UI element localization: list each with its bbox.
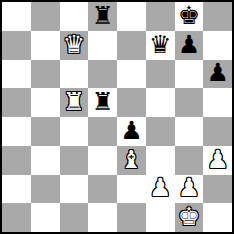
square-f2[interactable]: ♟ bbox=[146, 175, 175, 204]
square-e4[interactable]: ♟ bbox=[117, 117, 146, 146]
square-e5[interactable] bbox=[117, 88, 146, 117]
square-c3[interactable] bbox=[60, 146, 89, 175]
white-king-g1: ♚ bbox=[178, 204, 200, 229]
white-bishop-e3: ♝ bbox=[120, 147, 142, 172]
square-h4[interactable] bbox=[203, 117, 232, 146]
square-f7[interactable]: ♛ bbox=[146, 31, 175, 60]
square-f1[interactable] bbox=[146, 203, 175, 232]
square-e3[interactable]: ♝ bbox=[117, 146, 146, 175]
square-h5[interactable] bbox=[203, 88, 232, 117]
square-d6[interactable] bbox=[88, 60, 117, 89]
square-h7[interactable] bbox=[203, 31, 232, 60]
square-a2[interactable] bbox=[2, 175, 31, 204]
square-d5[interactable]: ♜ bbox=[88, 88, 117, 117]
square-g1[interactable]: ♚ bbox=[175, 203, 204, 232]
square-c4[interactable] bbox=[60, 117, 89, 146]
square-d1[interactable] bbox=[88, 203, 117, 232]
square-g8[interactable]: ♚ bbox=[175, 2, 204, 31]
black-pawn-h6: ♟ bbox=[206, 60, 228, 85]
white-rook-c5: ♜ bbox=[63, 89, 85, 114]
white-queen-c7: ♛ bbox=[63, 32, 85, 57]
square-g3[interactable] bbox=[175, 146, 204, 175]
square-b2[interactable] bbox=[31, 175, 60, 204]
square-h1[interactable] bbox=[203, 203, 232, 232]
square-b1[interactable] bbox=[31, 203, 60, 232]
square-d3[interactable] bbox=[88, 146, 117, 175]
square-d7[interactable] bbox=[88, 31, 117, 60]
black-queen-f7: ♛ bbox=[149, 32, 171, 57]
square-f3[interactable] bbox=[146, 146, 175, 175]
square-e7[interactable] bbox=[117, 31, 146, 60]
square-g7[interactable]: ♟ bbox=[175, 31, 204, 60]
square-h3[interactable]: ♟ bbox=[203, 146, 232, 175]
square-a6[interactable] bbox=[2, 60, 31, 89]
square-a8[interactable] bbox=[2, 2, 31, 31]
square-b7[interactable] bbox=[31, 31, 60, 60]
white-pawn-f2: ♟ bbox=[149, 175, 171, 200]
chess-board: ♜♚♛♛♟♟♜♜♟♝♟♟♟♚ bbox=[0, 0, 234, 234]
white-pawn-h3: ♟ bbox=[206, 147, 228, 172]
square-b5[interactable] bbox=[31, 88, 60, 117]
square-f6[interactable] bbox=[146, 60, 175, 89]
square-g6[interactable] bbox=[175, 60, 204, 89]
square-c5[interactable]: ♜ bbox=[60, 88, 89, 117]
black-pawn-g7: ♟ bbox=[178, 32, 200, 57]
square-h8[interactable] bbox=[203, 2, 232, 31]
square-c1[interactable] bbox=[60, 203, 89, 232]
square-d2[interactable] bbox=[88, 175, 117, 204]
square-g2[interactable]: ♟ bbox=[175, 175, 204, 204]
square-c2[interactable] bbox=[60, 175, 89, 204]
square-h2[interactable] bbox=[203, 175, 232, 204]
black-pawn-e4: ♟ bbox=[120, 118, 142, 143]
square-f4[interactable] bbox=[146, 117, 175, 146]
square-e1[interactable] bbox=[117, 203, 146, 232]
square-d4[interactable] bbox=[88, 117, 117, 146]
square-h6[interactable]: ♟ bbox=[203, 60, 232, 89]
square-b4[interactable] bbox=[31, 117, 60, 146]
square-a7[interactable] bbox=[2, 31, 31, 60]
square-a1[interactable] bbox=[2, 203, 31, 232]
black-rook-d5: ♜ bbox=[91, 89, 113, 114]
square-c7[interactable]: ♛ bbox=[60, 31, 89, 60]
square-c6[interactable] bbox=[60, 60, 89, 89]
square-e6[interactable] bbox=[117, 60, 146, 89]
square-f5[interactable] bbox=[146, 88, 175, 117]
square-b6[interactable] bbox=[31, 60, 60, 89]
black-rook-d8: ♜ bbox=[91, 3, 113, 28]
square-e2[interactable] bbox=[117, 175, 146, 204]
square-d8[interactable]: ♜ bbox=[88, 2, 117, 31]
square-f8[interactable] bbox=[146, 2, 175, 31]
square-a4[interactable] bbox=[2, 117, 31, 146]
square-c8[interactable] bbox=[60, 2, 89, 31]
square-e8[interactable] bbox=[117, 2, 146, 31]
square-a3[interactable] bbox=[2, 146, 31, 175]
square-g5[interactable] bbox=[175, 88, 204, 117]
square-g4[interactable] bbox=[175, 117, 204, 146]
square-a5[interactable] bbox=[2, 88, 31, 117]
black-king-g8: ♚ bbox=[178, 3, 200, 28]
white-pawn-g2: ♟ bbox=[178, 175, 200, 200]
square-b3[interactable] bbox=[31, 146, 60, 175]
square-b8[interactable] bbox=[31, 2, 60, 31]
